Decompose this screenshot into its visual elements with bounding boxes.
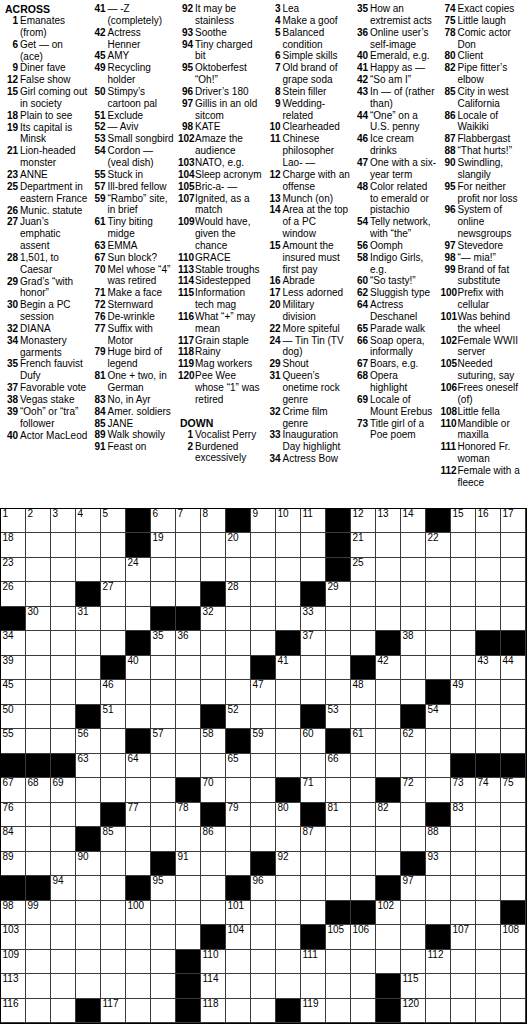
grid-cell-r4c8[interactable]: [176, 582, 201, 606]
grid-cell-r11c11[interactable]: [251, 754, 276, 778]
grid-cell-r3c17[interactable]: [401, 558, 426, 582]
grid-cell-r18c12[interactable]: [276, 925, 301, 949]
grid-cell-r7c2[interactable]: [26, 656, 51, 680]
grid-cell-r10c2[interactable]: [26, 729, 51, 753]
grid-cell-r17c10[interactable]: 101: [226, 901, 251, 925]
grid-cell-r12c2[interactable]: 68: [26, 778, 51, 802]
grid-cell-r6c19[interactable]: [451, 631, 476, 655]
grid-cell-r21c3[interactable]: [51, 999, 76, 1023]
grid-cell-r9c7[interactable]: [151, 705, 176, 729]
grid-cell-r16c7[interactable]: 95: [151, 876, 176, 900]
grid-cell-r9c16[interactable]: [376, 705, 401, 729]
grid-cell-r12c19[interactable]: 73: [451, 778, 476, 802]
grid-cell-r14c6[interactable]: [126, 827, 151, 851]
grid-cell-r14c16[interactable]: [376, 827, 401, 851]
grid-cell-r15c5[interactable]: [101, 852, 126, 876]
grid-cell-r1c4[interactable]: 4: [76, 509, 101, 533]
grid-cell-r6c18[interactable]: [426, 631, 451, 655]
grid-cell-r5c15[interactable]: [351, 607, 376, 631]
grid-cell-r2c7[interactable]: 19: [151, 533, 176, 557]
grid-cell-r9c3[interactable]: [51, 705, 76, 729]
grid-cell-r2c9[interactable]: [201, 533, 226, 557]
grid-cell-r21c6[interactable]: [126, 999, 151, 1023]
grid-cell-r7c17[interactable]: [401, 656, 426, 680]
grid-cell-r14c11[interactable]: [251, 827, 276, 851]
grid-cell-r20c11[interactable]: [251, 974, 276, 998]
grid-cell-r19c2[interactable]: [26, 950, 51, 974]
grid-cell-r12c21[interactable]: 75: [501, 778, 526, 802]
grid-cell-r4c1[interactable]: 26: [1, 582, 26, 606]
grid-cell-r13c16[interactable]: 82: [376, 803, 401, 827]
grid-cell-r5c16[interactable]: [376, 607, 401, 631]
grid-cell-r6c8[interactable]: 36: [176, 631, 201, 655]
grid-cell-r4c21[interactable]: [501, 582, 526, 606]
grid-cell-r20c20[interactable]: [476, 974, 501, 998]
grid-cell-r8c3[interactable]: [51, 680, 76, 704]
grid-cell-r9c8[interactable]: [176, 705, 201, 729]
grid-cell-r6c14[interactable]: [326, 631, 351, 655]
grid-cell-r1c20[interactable]: 16: [476, 509, 501, 533]
grid-cell-r7c18[interactable]: [426, 656, 451, 680]
grid-cell-r16c5[interactable]: [101, 876, 126, 900]
grid-cell-r8c2[interactable]: [26, 680, 51, 704]
grid-cell-r1c13[interactable]: 11: [301, 509, 326, 533]
grid-cell-r12c7[interactable]: [151, 778, 176, 802]
grid-cell-r19c4[interactable]: [76, 950, 101, 974]
grid-cell-r13c1[interactable]: 76: [1, 803, 26, 827]
grid-cell-r13c7[interactable]: [151, 803, 176, 827]
grid-cell-r7c3[interactable]: [51, 656, 76, 680]
grid-cell-r4c18[interactable]: [426, 582, 451, 606]
grid-cell-r17c8[interactable]: [176, 901, 201, 925]
grid-cell-r19c17[interactable]: [401, 950, 426, 974]
grid-cell-r17c4[interactable]: [76, 901, 101, 925]
grid-cell-r6c1[interactable]: 34: [1, 631, 26, 655]
grid-cell-r3c13[interactable]: [301, 558, 326, 582]
grid-cell-r4c11[interactable]: [251, 582, 276, 606]
grid-cell-r2c10[interactable]: 20: [226, 533, 251, 557]
grid-cell-r12c5[interactable]: [101, 778, 126, 802]
grid-cell-r21c20[interactable]: [476, 999, 501, 1023]
grid-cell-r21c1[interactable]: 116: [1, 999, 26, 1023]
grid-cell-r19c6[interactable]: [126, 950, 151, 974]
grid-cell-r4c6[interactable]: [126, 582, 151, 606]
grid-cell-r8c20[interactable]: [476, 680, 501, 704]
grid-cell-r4c20[interactable]: [476, 582, 501, 606]
grid-cell-r3c15[interactable]: 25: [351, 558, 376, 582]
grid-cell-r21c13[interactable]: 119: [301, 999, 326, 1023]
grid-cell-r21c9[interactable]: 118: [201, 999, 226, 1023]
grid-cell-r21c18[interactable]: [426, 999, 451, 1023]
grid-cell-r14c19[interactable]: [451, 827, 476, 851]
grid-cell-r3c9[interactable]: [201, 558, 226, 582]
grid-cell-r6c7[interactable]: 35: [151, 631, 176, 655]
grid-cell-r11c6[interactable]: 64: [126, 754, 151, 778]
grid-cell-r14c2[interactable]: [26, 827, 51, 851]
grid-cell-r12c18[interactable]: [426, 778, 451, 802]
grid-cell-r8c5[interactable]: 46: [101, 680, 126, 704]
grid-cell-r12c10[interactable]: [226, 778, 251, 802]
grid-cell-r6c15[interactable]: [351, 631, 376, 655]
grid-cell-r7c1[interactable]: 39: [1, 656, 26, 680]
grid-cell-r2c4[interactable]: [76, 533, 101, 557]
grid-cell-r11c12[interactable]: [276, 754, 301, 778]
grid-cell-r12c11[interactable]: [251, 778, 276, 802]
grid-cell-r15c13[interactable]: [301, 852, 326, 876]
grid-cell-r8c8[interactable]: [176, 680, 201, 704]
grid-cell-r1c17[interactable]: 14: [401, 509, 426, 533]
grid-cell-r11c5[interactable]: [101, 754, 126, 778]
grid-cell-r3c18[interactable]: [426, 558, 451, 582]
grid-cell-r15c21[interactable]: [501, 852, 526, 876]
grid-cell-r5c6[interactable]: [126, 607, 151, 631]
grid-cell-r19c5[interactable]: [101, 950, 126, 974]
grid-cell-r8c15[interactable]: 48: [351, 680, 376, 704]
grid-cell-r17c18[interactable]: [426, 901, 451, 925]
grid-cell-r3c11[interactable]: [251, 558, 276, 582]
grid-cell-r9c18[interactable]: 54: [426, 705, 451, 729]
grid-cell-r20c4[interactable]: [76, 974, 101, 998]
grid-cell-r10c21[interactable]: [501, 729, 526, 753]
grid-cell-r7c12[interactable]: 41: [276, 656, 301, 680]
grid-cell-r21c15[interactable]: [351, 999, 376, 1023]
grid-cell-r5c21[interactable]: [501, 607, 526, 631]
grid-cell-r20c9[interactable]: 114: [201, 974, 226, 998]
grid-cell-r6c17[interactable]: 38: [401, 631, 426, 655]
grid-cell-r18c19[interactable]: 107: [451, 925, 476, 949]
grid-cell-r17c2[interactable]: 99: [26, 901, 51, 925]
grid-cell-r1c11[interactable]: 9: [251, 509, 276, 533]
grid-cell-r20c10[interactable]: [226, 974, 251, 998]
grid-cell-r13c12[interactable]: 80: [276, 803, 301, 827]
grid-cell-r11c15[interactable]: [351, 754, 376, 778]
grid-cell-r11c16[interactable]: [376, 754, 401, 778]
grid-cell-r15c18[interactable]: 93: [426, 852, 451, 876]
grid-cell-r11c17[interactable]: [401, 754, 426, 778]
grid-cell-r2c21[interactable]: [501, 533, 526, 557]
grid-cell-r8c13[interactable]: [301, 680, 326, 704]
grid-cell-r8c17[interactable]: [401, 680, 426, 704]
grid-cell-r13c8[interactable]: 78: [176, 803, 201, 827]
grid-cell-r19c14[interactable]: [326, 950, 351, 974]
grid-cell-r14c17[interactable]: [401, 827, 426, 851]
grid-cell-r12c20[interactable]: 74: [476, 778, 501, 802]
grid-cell-r16c20[interactable]: [476, 876, 501, 900]
grid-cell-r10c13[interactable]: 60: [301, 729, 326, 753]
grid-cell-r15c14[interactable]: [326, 852, 351, 876]
grid-cell-r15c12[interactable]: 92: [276, 852, 301, 876]
grid-cell-r9c1[interactable]: 50: [1, 705, 26, 729]
grid-cell-r2c18[interactable]: 22: [426, 533, 451, 557]
grid-cell-r6c9[interactable]: [201, 631, 226, 655]
grid-cell-r15c3[interactable]: [51, 852, 76, 876]
grid-cell-r6c4[interactable]: [76, 631, 101, 655]
grid-cell-r9c5[interactable]: 51: [101, 705, 126, 729]
grid-cell-r19c9[interactable]: 110: [201, 950, 226, 974]
grid-cell-r1c2[interactable]: 2: [26, 509, 51, 533]
grid-cell-r11c8[interactable]: [176, 754, 201, 778]
grid-cell-r13c17[interactable]: [401, 803, 426, 827]
grid-cell-r19c16[interactable]: [376, 950, 401, 974]
grid-cell-r1c16[interactable]: 13: [376, 509, 401, 533]
grid-cell-r20c17[interactable]: 115: [401, 974, 426, 998]
grid-cell-r3c19[interactable]: [451, 558, 476, 582]
grid-cell-r1c12[interactable]: 10: [276, 509, 301, 533]
grid-cell-r14c20[interactable]: [476, 827, 501, 851]
grid-cell-r11c9[interactable]: [201, 754, 226, 778]
grid-cell-r11c18[interactable]: [426, 754, 451, 778]
grid-cell-r15c1[interactable]: 89: [1, 852, 26, 876]
grid-cell-r4c10[interactable]: 28: [226, 582, 251, 606]
grid-cell-r9c11[interactable]: [251, 705, 276, 729]
grid-cell-r14c1[interactable]: 84: [1, 827, 26, 851]
grid-cell-r21c11[interactable]: [251, 999, 276, 1023]
grid-cell-r7c9[interactable]: [201, 656, 226, 680]
grid-cell-r6c5[interactable]: [101, 631, 126, 655]
grid-cell-r14c3[interactable]: [51, 827, 76, 851]
grid-cell-r15c8[interactable]: 91: [176, 852, 201, 876]
grid-cell-r13c2[interactable]: [26, 803, 51, 827]
grid-cell-r4c12[interactable]: [276, 582, 301, 606]
grid-cell-r7c20[interactable]: 43: [476, 656, 501, 680]
grid-cell-r3c10[interactable]: [226, 558, 251, 582]
grid-cell-r20c13[interactable]: [301, 974, 326, 998]
grid-cell-r6c10[interactable]: [226, 631, 251, 655]
grid-cell-r20c2[interactable]: [26, 974, 51, 998]
grid-cell-r10c15[interactable]: 61: [351, 729, 376, 753]
grid-cell-r10c20[interactable]: [476, 729, 501, 753]
grid-cell-r18c6[interactable]: [126, 925, 151, 949]
grid-cell-r17c12[interactable]: [276, 901, 301, 925]
grid-cell-r13c3[interactable]: [51, 803, 76, 827]
grid-cell-r7c6[interactable]: 40: [126, 656, 151, 680]
grid-cell-r21c17[interactable]: 120: [401, 999, 426, 1023]
grid-cell-r21c14[interactable]: [326, 999, 351, 1023]
grid-cell-r1c8[interactable]: 7: [176, 509, 201, 533]
grid-cell-r3c8[interactable]: [176, 558, 201, 582]
grid-cell-r17c20[interactable]: [476, 901, 501, 925]
grid-cell-r1c15[interactable]: 12: [351, 509, 376, 533]
grid-cell-r16c14[interactable]: [326, 876, 351, 900]
grid-cell-r19c13[interactable]: 111: [301, 950, 326, 974]
grid-cell-r16c9[interactable]: [201, 876, 226, 900]
grid-cell-r9c19[interactable]: [451, 705, 476, 729]
grid-cell-r8c14[interactable]: [326, 680, 351, 704]
grid-cell-r6c13[interactable]: 37: [301, 631, 326, 655]
grid-cell-r8c16[interactable]: [376, 680, 401, 704]
grid-cell-r18c2[interactable]: [26, 925, 51, 949]
grid-cell-r4c16[interactable]: [376, 582, 401, 606]
grid-cell-r4c5[interactable]: 27: [101, 582, 126, 606]
grid-cell-r5c11[interactable]: [251, 607, 276, 631]
grid-cell-r10c5[interactable]: [101, 729, 126, 753]
grid-cell-r3c3[interactable]: [51, 558, 76, 582]
grid-cell-r19c15[interactable]: [351, 950, 376, 974]
grid-cell-r18c17[interactable]: [401, 925, 426, 949]
grid-cell-r5c17[interactable]: [401, 607, 426, 631]
grid-cell-r13c15[interactable]: [351, 803, 376, 827]
grid-cell-r2c13[interactable]: [301, 533, 326, 557]
grid-cell-r17c5[interactable]: [101, 901, 126, 925]
grid-cell-r21c10[interactable]: [226, 999, 251, 1023]
grid-cell-r13c6[interactable]: 77: [126, 803, 151, 827]
grid-cell-r10c4[interactable]: 56: [76, 729, 101, 753]
grid-cell-r18c1[interactable]: 103: [1, 925, 26, 949]
grid-cell-r7c19[interactable]: [451, 656, 476, 680]
grid-cell-r17c17[interactable]: [401, 901, 426, 925]
grid-cell-r12c3[interactable]: 69: [51, 778, 76, 802]
grid-cell-r18c21[interactable]: 108: [501, 925, 526, 949]
grid-cell-r17c16[interactable]: 102: [376, 901, 401, 925]
grid-cell-r3c5[interactable]: [101, 558, 126, 582]
grid-cell-r5c14[interactable]: [326, 607, 351, 631]
grid-cell-r1c3[interactable]: 3: [51, 509, 76, 533]
grid-cell-r19c11[interactable]: [251, 950, 276, 974]
grid-cell-r1c7[interactable]: 6: [151, 509, 176, 533]
grid-cell-r1c5[interactable]: 5: [101, 509, 126, 533]
grid-cell-r20c6[interactable]: [126, 974, 151, 998]
grid-cell-r7c8[interactable]: [176, 656, 201, 680]
grid-cell-r20c1[interactable]: 113: [1, 974, 26, 998]
grid-cell-r2c11[interactable]: [251, 533, 276, 557]
grid-cell-r4c14[interactable]: 29: [326, 582, 351, 606]
grid-cell-r12c1[interactable]: 67: [1, 778, 26, 802]
grid-cell-r15c19[interactable]: [451, 852, 476, 876]
grid-cell-r20c12[interactable]: [276, 974, 301, 998]
grid-cell-r8c4[interactable]: [76, 680, 101, 704]
grid-cell-r8c1[interactable]: 45: [1, 680, 26, 704]
grid-cell-r9c14[interactable]: 53: [326, 705, 351, 729]
grid-cell-r15c2[interactable]: [26, 852, 51, 876]
grid-cell-r7c21[interactable]: 44: [501, 656, 526, 680]
grid-cell-r11c13[interactable]: [301, 754, 326, 778]
grid-cell-r16c13[interactable]: [301, 876, 326, 900]
grid-cell-r18c8[interactable]: [176, 925, 201, 949]
grid-cell-r3c16[interactable]: [376, 558, 401, 582]
grid-cell-r4c2[interactable]: [26, 582, 51, 606]
grid-cell-r12c9[interactable]: 70: [201, 778, 226, 802]
grid-cell-r10c12[interactable]: [276, 729, 301, 753]
grid-cell-r4c3[interactable]: [51, 582, 76, 606]
grid-cell-r8c9[interactable]: [201, 680, 226, 704]
grid-cell-r2c2[interactable]: [26, 533, 51, 557]
grid-cell-r8c10[interactable]: [226, 680, 251, 704]
grid-cell-r18c7[interactable]: [151, 925, 176, 949]
grid-cell-r20c14[interactable]: [326, 974, 351, 998]
grid-cell-r20c7[interactable]: [151, 974, 176, 998]
grid-cell-r16c15[interactable]: [351, 876, 376, 900]
grid-cell-r9c15[interactable]: [351, 705, 376, 729]
grid-cell-r10c1[interactable]: 55: [1, 729, 26, 753]
grid-cell-r1c9[interactable]: 8: [201, 509, 226, 533]
grid-cell-r21c5[interactable]: 117: [101, 999, 126, 1023]
grid-cell-r10c19[interactable]: [451, 729, 476, 753]
grid-cell-r9c2[interactable]: [26, 705, 51, 729]
grid-cell-r18c10[interactable]: 104: [226, 925, 251, 949]
grid-cell-r5c5[interactable]: [101, 607, 126, 631]
grid-cell-r7c13[interactable]: [301, 656, 326, 680]
grid-cell-r7c10[interactable]: [226, 656, 251, 680]
grid-cell-r10c17[interactable]: 62: [401, 729, 426, 753]
grid-cell-r15c6[interactable]: [126, 852, 151, 876]
grid-cell-r14c9[interactable]: 86: [201, 827, 226, 851]
grid-cell-r14c15[interactable]: [351, 827, 376, 851]
grid-cell-r9c10[interactable]: 52: [226, 705, 251, 729]
grid-cell-r6c3[interactable]: [51, 631, 76, 655]
grid-cell-r20c21[interactable]: [501, 974, 526, 998]
grid-cell-r4c19[interactable]: [451, 582, 476, 606]
grid-cell-r15c10[interactable]: [226, 852, 251, 876]
grid-cell-r11c4[interactable]: 63: [76, 754, 101, 778]
grid-cell-r2c19[interactable]: [451, 533, 476, 557]
grid-cell-r5c12[interactable]: [276, 607, 301, 631]
grid-cell-r14c8[interactable]: [176, 827, 201, 851]
grid-cell-r11c7[interactable]: [151, 754, 176, 778]
grid-cell-r19c20[interactable]: [476, 950, 501, 974]
grid-cell-r13c14[interactable]: 81: [326, 803, 351, 827]
grid-cell-r13c20[interactable]: [476, 803, 501, 827]
grid-cell-r19c7[interactable]: [151, 950, 176, 974]
grid-cell-r18c14[interactable]: 105: [326, 925, 351, 949]
grid-cell-r3c21[interactable]: [501, 558, 526, 582]
grid-cell-r11c10[interactable]: 65: [226, 754, 251, 778]
grid-cell-r13c10[interactable]: 79: [226, 803, 251, 827]
grid-cell-r21c2[interactable]: [26, 999, 51, 1023]
grid-cell-r17c6[interactable]: 100: [126, 901, 151, 925]
grid-cell-r3c6[interactable]: 24: [126, 558, 151, 582]
grid-cell-r20c3[interactable]: [51, 974, 76, 998]
grid-cell-r15c15[interactable]: [351, 852, 376, 876]
grid-cell-r15c4[interactable]: 90: [76, 852, 101, 876]
grid-cell-r11c14[interactable]: 66: [326, 754, 351, 778]
grid-cell-r13c19[interactable]: 83: [451, 803, 476, 827]
grid-cell-r5c9[interactable]: 32: [201, 607, 226, 631]
grid-cell-r10c16[interactable]: [376, 729, 401, 753]
grid-cell-r16c17[interactable]: 97: [401, 876, 426, 900]
grid-cell-r17c13[interactable]: [301, 901, 326, 925]
grid-cell-r3c2[interactable]: [26, 558, 51, 582]
grid-cell-r14c12[interactable]: [276, 827, 301, 851]
grid-cell-r8c21[interactable]: [501, 680, 526, 704]
grid-cell-r9c21[interactable]: [501, 705, 526, 729]
grid-cell-r6c11[interactable]: [251, 631, 276, 655]
grid-cell-r19c19[interactable]: [451, 950, 476, 974]
grid-cell-r12c15[interactable]: [351, 778, 376, 802]
grid-cell-r20c15[interactable]: [351, 974, 376, 998]
grid-cell-r5c20[interactable]: [476, 607, 501, 631]
grid-cell-r18c20[interactable]: [476, 925, 501, 949]
grid-cell-r3c1[interactable]: 23: [1, 558, 26, 582]
grid-cell-r2c3[interactable]: [51, 533, 76, 557]
grid-cell-r20c19[interactable]: [451, 974, 476, 998]
grid-cell-r8c12[interactable]: [276, 680, 301, 704]
grid-cell-r5c2[interactable]: 30: [26, 607, 51, 631]
grid-cell-r2c17[interactable]: [401, 533, 426, 557]
grid-cell-r10c18[interactable]: [426, 729, 451, 753]
grid-cell-r19c3[interactable]: [51, 950, 76, 974]
grid-cell-r5c13[interactable]: 33: [301, 607, 326, 631]
grid-cell-r9c20[interactable]: [476, 705, 501, 729]
grid-cell-r1c1[interactable]: 1: [1, 509, 26, 533]
grid-cell-r10c8[interactable]: [176, 729, 201, 753]
grid-cell-r2c5[interactable]: [101, 533, 126, 557]
grid-cell-r17c19[interactable]: [451, 901, 476, 925]
grid-cell-r13c21[interactable]: [501, 803, 526, 827]
grid-cell-r10c3[interactable]: [51, 729, 76, 753]
grid-cell-r21c21[interactable]: [501, 999, 526, 1023]
grid-cell-r14c14[interactable]: [326, 827, 351, 851]
grid-cell-r10c9[interactable]: 58: [201, 729, 226, 753]
